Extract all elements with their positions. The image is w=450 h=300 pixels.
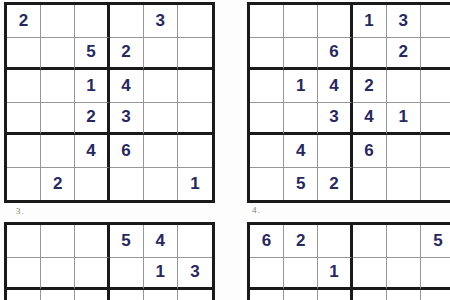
cell-r6c5 (387, 168, 421, 201)
cell-r6c1 (7, 168, 41, 201)
cell-r2c3 (75, 258, 109, 291)
cell-r3c4: 2 (353, 70, 387, 103)
cell-r1c1 (7, 225, 41, 258)
cell-r4c4: 4 (353, 103, 387, 136)
cell-r2c2 (284, 38, 318, 71)
cell-r1c6 (421, 5, 450, 38)
cell-r2c1 (7, 38, 41, 71)
cell-r2c5: 2 (387, 38, 421, 71)
cell-r2c4 (110, 258, 144, 291)
sudoku-puzzle-sheet: 235214234621 13621423414652 3. 4. 5413 6… (0, 0, 450, 300)
cell-r4c3: 3 (318, 103, 352, 136)
cell-r4c3: 2 (75, 103, 109, 136)
cell-r5c1 (250, 135, 284, 168)
cell-r2c4: 2 (110, 38, 144, 71)
cell-r1c3 (75, 5, 109, 38)
cell-r6c3: 2 (318, 168, 352, 201)
cell-r1c5: 4 (144, 225, 178, 258)
cell-r2c6 (421, 38, 450, 71)
cell-r2c1 (7, 258, 41, 291)
cell-r3c4 (353, 290, 387, 300)
cell-r6c2: 2 (41, 168, 75, 201)
cell-r2c5 (144, 38, 178, 71)
cell-r1c4: 1 (353, 5, 387, 38)
cell-r5c3 (318, 135, 352, 168)
sudoku-grid-1: 235214234621 (4, 2, 215, 203)
cell-r4c1 (250, 103, 284, 136)
cell-r3c5 (144, 70, 178, 103)
cell-r1c1: 2 (7, 5, 41, 38)
cell-r3c1 (250, 290, 284, 300)
cell-r3c5 (387, 70, 421, 103)
cell-r5c6 (421, 135, 450, 168)
cell-r3c3 (318, 290, 352, 300)
cell-r6c2: 5 (284, 168, 318, 201)
cell-r1c6 (178, 5, 212, 38)
cell-r3c6 (421, 70, 450, 103)
cell-r6c6: 1 (178, 168, 212, 201)
cell-r2c5: 1 (144, 258, 178, 291)
cell-r5c4: 6 (110, 135, 144, 168)
cell-r2c6: 3 (178, 258, 212, 291)
cell-r4c5 (144, 103, 178, 136)
cell-r5c2: 4 (284, 135, 318, 168)
cell-r1c3 (75, 225, 109, 258)
cell-r3c2 (284, 290, 318, 300)
cell-r6c5 (144, 168, 178, 201)
cell-r3c6 (178, 290, 212, 300)
cell-r1c5: 3 (144, 5, 178, 38)
cell-r2c3: 1 (318, 258, 352, 291)
cell-r5c4: 6 (353, 135, 387, 168)
cell-r2c3: 6 (318, 38, 352, 71)
cell-r5c6 (178, 135, 212, 168)
cell-r5c1 (7, 135, 41, 168)
cell-r4c5: 1 (387, 103, 421, 136)
cell-r5c3: 4 (75, 135, 109, 168)
cell-r6c6 (421, 168, 450, 201)
cell-r2c6 (178, 38, 212, 71)
cell-r2c4 (353, 258, 387, 291)
cell-r2c3: 5 (75, 38, 109, 71)
cell-r5c5 (387, 135, 421, 168)
cell-r1c3 (318, 5, 352, 38)
cell-r4c1 (7, 103, 41, 136)
cell-r2c2 (41, 38, 75, 71)
cell-r3c2: 1 (284, 70, 318, 103)
cell-r1c6: 5 (421, 225, 450, 258)
cell-r1c6 (178, 225, 212, 258)
cell-r3c1 (7, 70, 41, 103)
sudoku-grid-3: 5413 (4, 222, 215, 300)
cell-r3c4 (110, 290, 144, 300)
puzzle-3-label: 3. (16, 206, 25, 216)
cell-r6c4 (110, 168, 144, 201)
cell-r1c4: 5 (110, 225, 144, 258)
puzzle-4-label: 4. (252, 205, 261, 215)
cell-r1c2 (41, 225, 75, 258)
cell-r1c2 (284, 5, 318, 38)
cell-r2c5 (387, 258, 421, 291)
cell-r3c6 (178, 70, 212, 103)
cell-r2c2 (284, 258, 318, 291)
cell-r3c3: 4 (318, 70, 352, 103)
cell-r2c4 (353, 38, 387, 71)
cell-r4c4: 3 (110, 103, 144, 136)
sudoku-grid-4: 6251 (247, 222, 450, 300)
cell-r1c5: 3 (387, 5, 421, 38)
sudoku-grid-2: 13621423414652 (247, 2, 450, 203)
cell-r1c2: 2 (284, 225, 318, 258)
cell-r1c5 (387, 225, 421, 258)
cell-r3c1 (250, 70, 284, 103)
cell-r1c4 (353, 225, 387, 258)
cell-r1c3 (318, 225, 352, 258)
cell-r4c2 (41, 103, 75, 136)
cell-r3c3 (75, 290, 109, 300)
cell-r3c1 (7, 290, 41, 300)
cell-r1c1 (250, 5, 284, 38)
cell-r5c5 (144, 135, 178, 168)
cell-r2c1 (250, 258, 284, 291)
cell-r3c4: 4 (110, 70, 144, 103)
cell-r1c2 (41, 5, 75, 38)
cell-r6c4 (353, 168, 387, 201)
cell-r3c2 (41, 70, 75, 103)
cell-r3c5 (144, 290, 178, 300)
cell-r3c6 (421, 290, 450, 300)
cell-r2c6 (421, 258, 450, 291)
cell-r4c6 (178, 103, 212, 136)
cell-r2c1 (250, 38, 284, 71)
cell-r4c6 (421, 103, 450, 136)
cell-r3c2 (41, 290, 75, 300)
cell-r2c2 (41, 258, 75, 291)
cell-r6c3 (75, 168, 109, 201)
cell-r4c2 (284, 103, 318, 136)
cell-r6c1 (250, 168, 284, 201)
cell-r3c5 (387, 290, 421, 300)
cell-r5c2 (41, 135, 75, 168)
cell-r1c1: 6 (250, 225, 284, 258)
cell-r1c4 (110, 5, 144, 38)
cell-r3c3: 1 (75, 70, 109, 103)
